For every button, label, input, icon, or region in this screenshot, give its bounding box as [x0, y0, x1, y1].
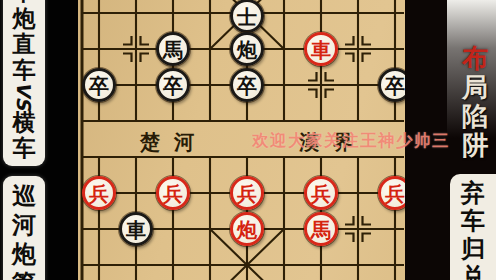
- vertical-char: 巡: [3, 181, 45, 210]
- piece-glyph: 卒: [237, 76, 257, 96]
- piece-black-pawn[interactable]: 卒: [156, 68, 190, 102]
- piece-black-chariot[interactable]: 車: [119, 212, 153, 246]
- piece-glyph: 兵: [163, 184, 183, 204]
- right-title-trap: 布局陷阱: [457, 44, 493, 160]
- piece-black-advisor[interactable]: 士: [230, 0, 264, 33]
- piece-red-cannon[interactable]: 炮: [230, 212, 264, 246]
- piece-glyph: 兵: [237, 184, 257, 204]
- vertical-char: 局: [457, 73, 493, 102]
- vertical-char: 归: [450, 235, 496, 263]
- piece-glyph: 車: [311, 40, 331, 60]
- watermark-text: 欢迎大家关注王神少帅三: [252, 130, 450, 152]
- piece-glyph: 馬: [311, 220, 331, 240]
- left-title-card-series: 巡河炮篇: [3, 176, 45, 280]
- piece-glyph: 車: [126, 220, 146, 240]
- piece-red-pawn[interactable]: 兵: [230, 176, 264, 210]
- vertical-char: 布: [457, 44, 493, 73]
- piece-red-pawn[interactable]: 兵: [156, 176, 190, 210]
- vertical-char: 弃: [450, 179, 496, 207]
- piece-glyph: 兵: [385, 184, 405, 204]
- piece-glyph: 炮: [237, 220, 257, 240]
- piece-glyph: 卒: [89, 76, 109, 96]
- vertical-char: 阱: [457, 131, 493, 160]
- vertical-char: 直: [3, 31, 45, 57]
- piece-black-pawn[interactable]: 卒: [82, 68, 116, 102]
- piece-red-horse[interactable]: 馬: [304, 212, 338, 246]
- piece-glyph: 卒: [385, 76, 405, 96]
- piece-glyph: 兵: [89, 184, 109, 204]
- piece-black-horse[interactable]: 馬: [156, 32, 190, 66]
- vertical-char: 篇: [3, 268, 45, 280]
- vertical-char: VS: [11, 75, 37, 117]
- piece-black-pawn[interactable]: 卒: [230, 68, 264, 102]
- vertical-char: 河: [3, 210, 45, 239]
- piece-glyph: 炮: [237, 40, 257, 60]
- vertical-char: 炮: [3, 5, 45, 31]
- vertical-char: 车: [3, 135, 45, 161]
- piece-red-chariot[interactable]: 車: [304, 32, 338, 66]
- left-title-card-opening: 中炮直车VS横车: [3, 0, 45, 166]
- piece-red-pawn[interactable]: 兵: [304, 176, 338, 210]
- piece-glyph: 卒: [163, 76, 183, 96]
- vertical-char: 炮: [3, 239, 45, 268]
- vertical-char: 车: [450, 207, 496, 235]
- piece-black-cannon[interactable]: 炮: [230, 32, 264, 66]
- piece-glyph: 兵: [311, 184, 331, 204]
- right-title-card: 弃车归兑: [450, 174, 496, 280]
- piece-glyph: 士: [237, 7, 257, 27]
- piece-glyph: 馬: [163, 40, 183, 60]
- piece-red-pawn[interactable]: 兵: [82, 176, 116, 210]
- vertical-char: 陷: [457, 102, 493, 131]
- video-frame: 楚河 漢界 士馬炮卒卒卒卒車車兵兵兵兵兵炮馬 中炮直车VS横车 巡河炮篇 布局陷…: [0, 0, 496, 280]
- vertical-char: 兑: [450, 263, 496, 280]
- left-banner: 中炮直车VS横车 巡河炮篇: [0, 0, 78, 280]
